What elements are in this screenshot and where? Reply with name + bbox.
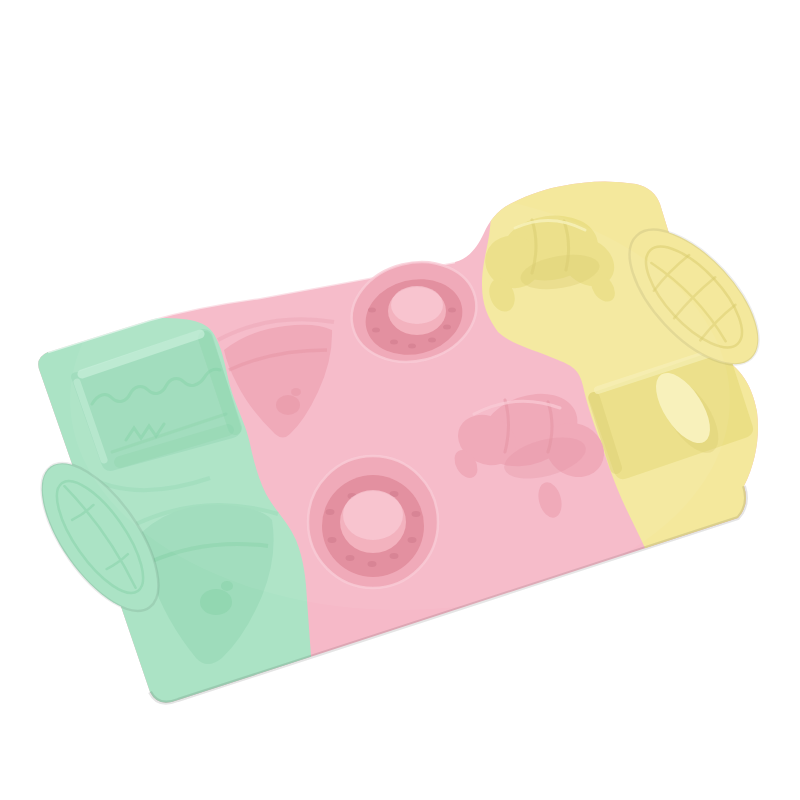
product-photo: [0, 0, 800, 800]
strawberry-emboss: [200, 589, 232, 615]
silicone-mold-image: [0, 0, 800, 800]
soft-highlight: [70, 190, 730, 610]
